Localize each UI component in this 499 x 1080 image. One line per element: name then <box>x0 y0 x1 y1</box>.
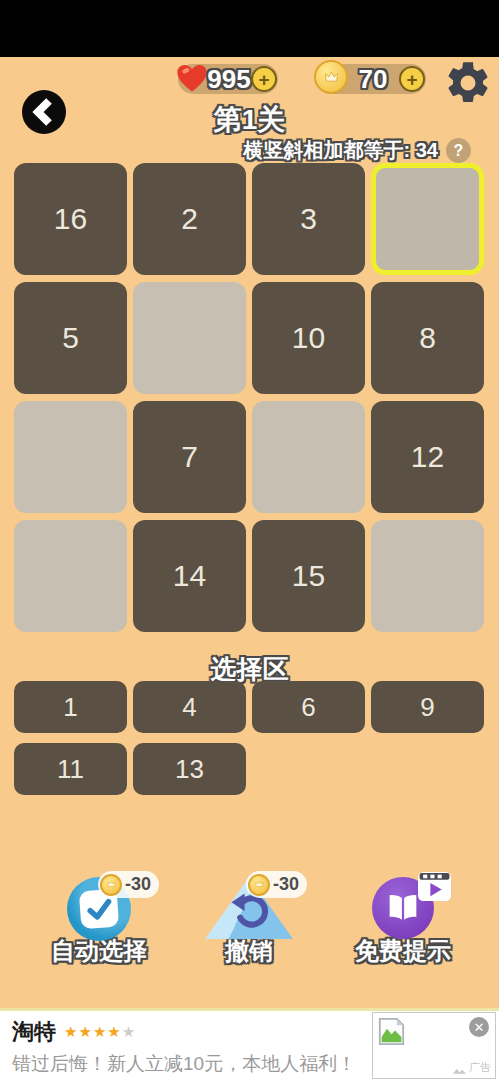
ad-text: 错过后悔！新人立减10元，本地人福利！ <box>12 1051 356 1077</box>
coin-icon <box>100 874 122 896</box>
magic-square-board: 16 2 3 5 10 8 7 12 14 15 <box>14 163 484 632</box>
ad-watermark: 广告 <box>452 1060 491 1075</box>
ad-banner[interactable]: 淘特 ★★★★★ 错过后悔！新人立减10元，本地人福利！ ✕ 广告 <box>0 1008 499 1080</box>
ad-close-icon[interactable]: ✕ <box>469 1017 489 1037</box>
number-tile[interactable]: 1 <box>14 681 127 733</box>
hearts-counter: 995 + <box>178 64 278 94</box>
hearts-value: 995 <box>208 64 250 94</box>
board-cell[interactable]: 7 <box>133 401 246 513</box>
broken-image-icon <box>378 1017 405 1050</box>
undo-button[interactable]: -30 撤销 <box>178 877 320 967</box>
board-cell-selected[interactable] <box>371 163 484 275</box>
undo-cost: -30 <box>273 874 299 895</box>
board-cell[interactable]: 5 <box>14 282 127 394</box>
board-cell[interactable]: 15 <box>252 520 365 632</box>
coins-counter: 70 + <box>318 64 426 94</box>
target-sum-text: 横竖斜相加都等于: 34 <box>244 137 438 164</box>
coin-icon <box>314 60 348 94</box>
ad-brand: 淘特 <box>12 1017 56 1047</box>
selection-area: 1 4 6 9 11 13 <box>14 681 484 795</box>
heart-icon <box>174 60 210 100</box>
free-hint-button[interactable]: 免费提示 <box>333 877 473 967</box>
board-cell[interactable]: 10 <box>252 282 365 394</box>
video-ad-icon <box>418 872 451 905</box>
formula-row: 横竖斜相加都等于: 34 ? <box>244 137 471 164</box>
number-tile[interactable]: 4 <box>133 681 246 733</box>
help-question-icon[interactable]: ? <box>446 138 471 163</box>
board-cell[interactable] <box>14 401 127 513</box>
undo-label: 撤销 <box>178 935 320 967</box>
board-cell[interactable]: 2 <box>133 163 246 275</box>
number-tile[interactable]: 13 <box>133 743 246 795</box>
status-bar <box>0 0 499 57</box>
undo-cost-badge: -30 <box>246 871 307 898</box>
level-title: 第1关 <box>0 101 499 139</box>
coin-icon <box>248 874 270 896</box>
add-hearts-button[interactable]: + <box>251 66 277 92</box>
mountain-icon <box>452 1066 467 1075</box>
ad-rating-stars: ★★★★★ <box>64 1023 135 1041</box>
auto-select-button[interactable]: -30 自动选择 <box>25 877 173 967</box>
free-hint-label: 免费提示 <box>333 935 473 967</box>
board-cell[interactable]: 8 <box>371 282 484 394</box>
board-cell[interactable]: 3 <box>252 163 365 275</box>
game-screen: 995 + 70 + 第1关 横竖斜相加都等于: 34 ? 16 2 3 5 1… <box>0 0 499 1080</box>
board-cell[interactable]: 12 <box>371 401 484 513</box>
ad-image-placeholder[interactable]: ✕ 广告 <box>372 1012 496 1079</box>
board-cell[interactable] <box>252 401 365 513</box>
board-cell[interactable] <box>14 520 127 632</box>
board-cell[interactable]: 14 <box>133 520 246 632</box>
board-cell[interactable] <box>133 282 246 394</box>
board-cell[interactable]: 16 <box>14 163 127 275</box>
coins-value: 70 <box>348 64 398 94</box>
auto-select-cost: -30 <box>125 874 151 895</box>
board-cell[interactable] <box>371 520 484 632</box>
number-tile[interactable]: 11 <box>14 743 127 795</box>
add-coins-button[interactable]: + <box>399 66 425 92</box>
auto-select-cost-badge: -30 <box>98 871 159 898</box>
number-tile[interactable]: 6 <box>252 681 365 733</box>
number-tile[interactable]: 9 <box>371 681 484 733</box>
